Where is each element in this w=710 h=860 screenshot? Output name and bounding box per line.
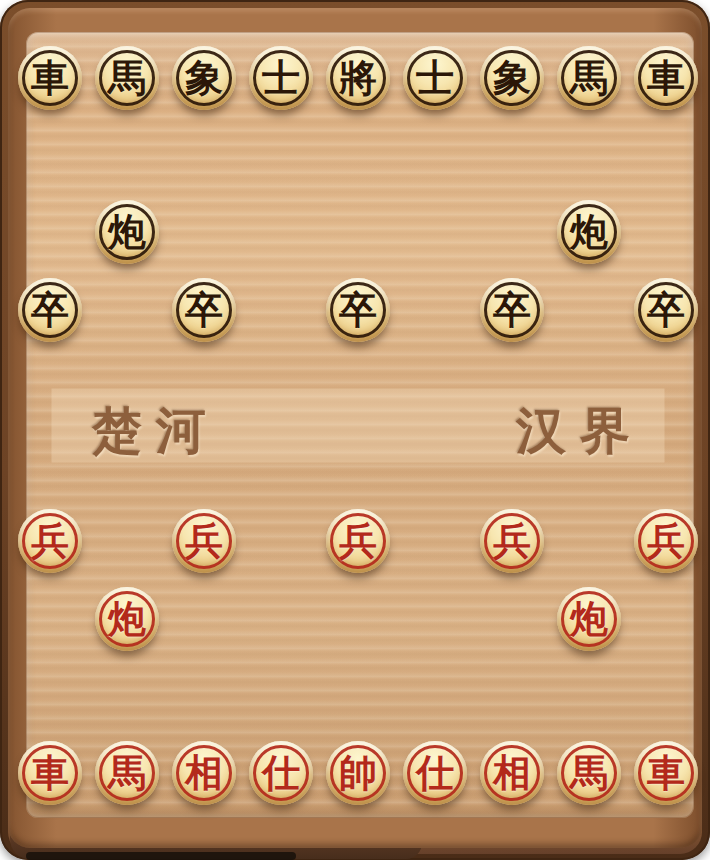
piece-glyph: 馬 xyxy=(95,46,159,110)
piece-glyph: 馬 xyxy=(95,741,159,805)
piece-glyph: 相 xyxy=(480,741,544,805)
river-label-right: 汉界 xyxy=(516,404,644,458)
piece-black-soldier[interactable]: 卒 xyxy=(172,278,236,342)
piece-red-cannon[interactable]: 炮 xyxy=(557,587,621,651)
piece-red-advisor[interactable]: 仕 xyxy=(249,741,313,805)
piece-glyph: 車 xyxy=(634,46,698,110)
piece-glyph: 象 xyxy=(480,46,544,110)
piece-glyph: 士 xyxy=(403,46,467,110)
piece-glyph: 馬 xyxy=(557,46,621,110)
piece-glyph: 馬 xyxy=(557,741,621,805)
piece-glyph: 車 xyxy=(18,741,82,805)
piece-glyph: 兵 xyxy=(172,509,236,573)
piece-red-soldier[interactable]: 兵 xyxy=(326,509,390,573)
piece-glyph: 炮 xyxy=(95,587,159,651)
piece-glyph: 車 xyxy=(634,741,698,805)
piece-glyph: 象 xyxy=(172,46,236,110)
piece-red-advisor[interactable]: 仕 xyxy=(403,741,467,805)
piece-black-cannon[interactable]: 炮 xyxy=(95,200,159,264)
piece-glyph: 兵 xyxy=(634,509,698,573)
piece-black-advisor[interactable]: 士 xyxy=(249,46,313,110)
piece-red-soldier[interactable]: 兵 xyxy=(18,509,82,573)
piece-glyph: 卒 xyxy=(634,278,698,342)
piece-glyph: 車 xyxy=(18,46,82,110)
piece-black-horse[interactable]: 馬 xyxy=(95,46,159,110)
piece-black-cannon[interactable]: 炮 xyxy=(557,200,621,264)
piece-red-soldier[interactable]: 兵 xyxy=(480,509,544,573)
piece-glyph: 兵 xyxy=(18,509,82,573)
piece-black-soldier[interactable]: 卒 xyxy=(634,278,698,342)
piece-glyph: 仕 xyxy=(403,741,467,805)
piece-glyph: 卒 xyxy=(480,278,544,342)
piece-glyph: 炮 xyxy=(95,200,159,264)
piece-black-general[interactable]: 將 xyxy=(326,46,390,110)
piece-glyph: 將 xyxy=(326,46,390,110)
piece-black-soldier[interactable]: 卒 xyxy=(18,278,82,342)
piece-glyph: 仕 xyxy=(249,741,313,805)
piece-glyph: 帥 xyxy=(326,741,390,805)
piece-black-horse[interactable]: 馬 xyxy=(557,46,621,110)
piece-black-soldier[interactable]: 卒 xyxy=(480,278,544,342)
piece-red-soldier[interactable]: 兵 xyxy=(172,509,236,573)
piece-black-elephant[interactable]: 象 xyxy=(480,46,544,110)
piece-glyph: 兵 xyxy=(480,509,544,573)
river-label-left: 楚河 xyxy=(92,404,220,458)
piece-red-horse[interactable]: 馬 xyxy=(557,741,621,805)
xiangqi-board: 楚河 汉界 車馬象士將士象馬車炮炮卒卒卒卒卒兵兵兵兵兵炮炮車馬相仕帥仕相馬車 xyxy=(0,0,710,860)
piece-glyph: 炮 xyxy=(557,200,621,264)
piece-glyph: 卒 xyxy=(326,278,390,342)
piece-red-general[interactable]: 帥 xyxy=(326,741,390,805)
piece-red-horse[interactable]: 馬 xyxy=(95,741,159,805)
piece-red-chariot[interactable]: 車 xyxy=(18,741,82,805)
piece-black-chariot[interactable]: 車 xyxy=(18,46,82,110)
piece-black-soldier[interactable]: 卒 xyxy=(326,278,390,342)
piece-glyph: 炮 xyxy=(557,587,621,651)
piece-black-chariot[interactable]: 車 xyxy=(634,46,698,110)
piece-glyph: 兵 xyxy=(326,509,390,573)
piece-glyph: 士 xyxy=(249,46,313,110)
piece-black-elephant[interactable]: 象 xyxy=(172,46,236,110)
piece-glyph: 卒 xyxy=(18,278,82,342)
piece-glyph: 相 xyxy=(172,741,236,805)
piece-red-elephant[interactable]: 相 xyxy=(480,741,544,805)
piece-red-chariot[interactable]: 車 xyxy=(634,741,698,805)
piece-black-advisor[interactable]: 士 xyxy=(403,46,467,110)
piece-red-elephant[interactable]: 相 xyxy=(172,741,236,805)
piece-glyph: 卒 xyxy=(172,278,236,342)
piece-red-soldier[interactable]: 兵 xyxy=(634,509,698,573)
piece-red-cannon[interactable]: 炮 xyxy=(95,587,159,651)
